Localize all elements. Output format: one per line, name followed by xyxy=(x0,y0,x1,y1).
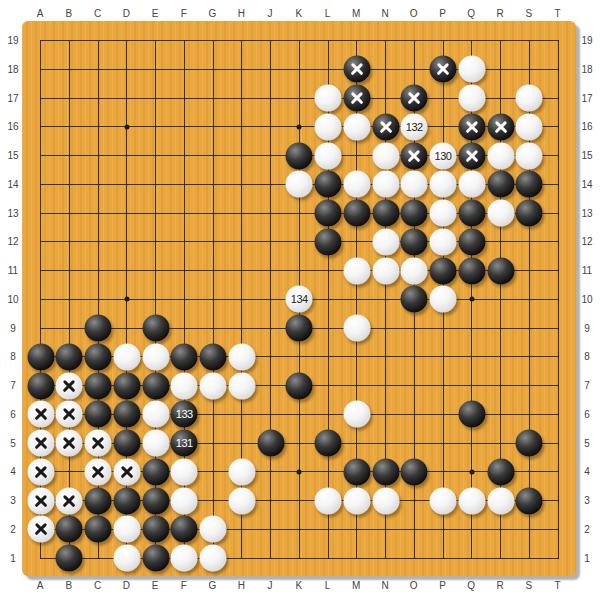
white-stone-S17[interactable] xyxy=(516,85,543,112)
grid-line-vertical xyxy=(558,40,559,559)
column-label-bottom: M xyxy=(352,581,360,591)
column-label-top: M xyxy=(352,9,360,19)
white-stone-S16[interactable] xyxy=(516,113,543,140)
move-number-label: 132 xyxy=(406,121,423,132)
white-stone-N15[interactable] xyxy=(372,142,399,169)
column-label-top: P xyxy=(439,9,446,19)
black-stone-E9[interactable] xyxy=(142,315,169,342)
white-stone-N11[interactable] xyxy=(372,257,399,284)
white-stone-D1[interactable] xyxy=(113,545,140,572)
black-stone-R11[interactable] xyxy=(487,257,514,284)
column-label-top: H xyxy=(238,9,245,19)
row-label-right: 18 xyxy=(581,65,592,75)
column-label-top: C xyxy=(94,9,101,19)
white-stone-B3[interactable] xyxy=(56,487,83,514)
white-stone-H8[interactable] xyxy=(228,343,255,370)
white-stone-O14[interactable] xyxy=(401,171,428,198)
row-label-left: 16 xyxy=(7,122,18,132)
black-stone-Q13[interactable] xyxy=(458,200,485,227)
white-stone-L17[interactable] xyxy=(315,85,342,112)
white-stone-C5[interactable] xyxy=(85,430,112,457)
column-label-top: D xyxy=(123,9,130,19)
row-label-left: 3 xyxy=(10,496,16,506)
black-stone-E1[interactable] xyxy=(142,545,169,572)
column-label-top: E xyxy=(152,9,159,19)
black-stone-O4[interactable] xyxy=(401,458,428,485)
white-stone-D2[interactable] xyxy=(113,516,140,543)
white-stone-P14[interactable] xyxy=(430,171,457,198)
white-stone-Q14[interactable] xyxy=(458,171,485,198)
row-label-left: 10 xyxy=(7,295,18,305)
black-stone-O15[interactable] xyxy=(401,142,428,169)
dead-stone-x-mark xyxy=(33,436,48,451)
black-stone-G8[interactable] xyxy=(200,343,227,370)
black-stone-M17[interactable] xyxy=(343,85,370,112)
row-label-right: 4 xyxy=(584,467,590,477)
row-label-right: 15 xyxy=(581,151,592,161)
column-label-bottom: J xyxy=(268,581,273,591)
dead-stone-x-mark xyxy=(33,522,48,537)
column-label-top: F xyxy=(181,9,187,19)
white-stone-M14[interactable] xyxy=(343,171,370,198)
column-label-bottom: A xyxy=(37,581,44,591)
black-stone-K9[interactable] xyxy=(286,315,313,342)
black-stone-R4[interactable] xyxy=(487,458,514,485)
row-label-right: 8 xyxy=(584,352,590,362)
black-stone-C3[interactable] xyxy=(85,487,112,514)
black-stone-B8[interactable] xyxy=(56,343,83,370)
row-label-left: 18 xyxy=(7,65,18,75)
star-point xyxy=(297,469,302,474)
white-stone-M11[interactable] xyxy=(343,257,370,284)
white-stone-A2[interactable] xyxy=(27,516,54,543)
black-stone-D6[interactable] xyxy=(113,401,140,428)
row-label-right: 13 xyxy=(581,209,592,219)
white-stone-M16[interactable] xyxy=(343,113,370,140)
white-stone-M3[interactable] xyxy=(343,487,370,514)
white-stone-G1[interactable] xyxy=(200,545,227,572)
dead-stone-x-mark xyxy=(33,407,48,422)
black-stone-F5[interactable]: 131 xyxy=(171,430,198,457)
move-number-label: 130 xyxy=(435,150,452,161)
black-stone-K7[interactable] xyxy=(286,372,313,399)
column-label-bottom: S xyxy=(525,581,532,591)
dead-stone-x-mark xyxy=(62,378,77,393)
row-label-right: 2 xyxy=(584,525,590,535)
row-label-right: 6 xyxy=(584,410,590,420)
black-stone-O13[interactable] xyxy=(401,200,428,227)
white-stone-B5[interactable] xyxy=(56,430,83,457)
white-stone-E8[interactable] xyxy=(142,343,169,370)
dead-stone-x-mark xyxy=(91,464,106,479)
column-label-bottom: N xyxy=(381,581,388,591)
column-label-bottom: D xyxy=(123,581,130,591)
dead-stone-x-mark xyxy=(464,119,479,134)
black-stone-K15[interactable] xyxy=(286,142,313,169)
white-stone-G7[interactable] xyxy=(200,372,227,399)
column-label-bottom: H xyxy=(238,581,245,591)
row-label-right: 19 xyxy=(581,36,592,46)
dead-stone-x-mark xyxy=(62,407,77,422)
row-label-left: 1 xyxy=(10,554,16,564)
black-stone-E2[interactable] xyxy=(142,516,169,543)
star-point xyxy=(469,469,474,474)
row-label-right: 12 xyxy=(581,237,592,247)
black-stone-B1[interactable] xyxy=(56,545,83,572)
dead-stone-x-mark xyxy=(464,148,479,163)
white-stone-L16[interactable] xyxy=(315,113,342,140)
star-point xyxy=(297,124,302,129)
white-stone-P13[interactable] xyxy=(430,200,457,227)
column-label-top: K xyxy=(295,9,302,19)
white-stone-K14[interactable] xyxy=(286,171,313,198)
black-stone-P11[interactable] xyxy=(430,257,457,284)
black-stone-N4[interactable] xyxy=(372,458,399,485)
column-label-bottom: B xyxy=(65,581,72,591)
black-stone-P18[interactable] xyxy=(430,56,457,83)
dead-stone-x-mark xyxy=(62,493,77,508)
white-stone-Q18[interactable] xyxy=(458,56,485,83)
column-label-bottom: E xyxy=(152,581,159,591)
white-stone-D8[interactable] xyxy=(113,343,140,370)
black-stone-D7[interactable] xyxy=(113,372,140,399)
row-label-right: 10 xyxy=(581,295,592,305)
white-stone-G2[interactable] xyxy=(200,516,227,543)
white-stone-E5[interactable] xyxy=(142,430,169,457)
white-stone-R13[interactable] xyxy=(487,200,514,227)
black-stone-C2[interactable] xyxy=(85,516,112,543)
white-stone-H3[interactable] xyxy=(228,487,255,514)
white-stone-N3[interactable] xyxy=(372,487,399,514)
white-stone-H4[interactable] xyxy=(228,458,255,485)
dead-stone-x-mark xyxy=(91,436,106,451)
go-board[interactable]: 132130134133131 xyxy=(22,21,576,576)
black-stone-J5[interactable] xyxy=(257,430,284,457)
black-stone-Q15[interactable] xyxy=(458,142,485,169)
black-stone-C9[interactable] xyxy=(85,315,112,342)
black-stone-M18[interactable] xyxy=(343,56,370,83)
black-stone-N13[interactable] xyxy=(372,200,399,227)
black-stone-E3[interactable] xyxy=(142,487,169,514)
black-stone-L5[interactable] xyxy=(315,430,342,457)
column-label-bottom: R xyxy=(496,581,503,591)
black-stone-S14[interactable] xyxy=(516,171,543,198)
row-label-left: 19 xyxy=(7,36,18,46)
black-stone-L13[interactable] xyxy=(315,200,342,227)
white-stone-M6[interactable] xyxy=(343,401,370,428)
column-label-bottom: G xyxy=(209,581,217,591)
white-stone-P10[interactable] xyxy=(430,286,457,313)
move-number-label: 131 xyxy=(176,438,193,449)
black-stone-C8[interactable] xyxy=(85,343,112,370)
white-stone-F3[interactable] xyxy=(171,487,198,514)
column-label-bottom: L xyxy=(325,581,331,591)
column-label-bottom: O xyxy=(410,581,418,591)
column-label-top: S xyxy=(525,9,532,19)
dead-stone-x-mark xyxy=(407,148,422,163)
black-stone-Q11[interactable] xyxy=(458,257,485,284)
black-stone-E7[interactable] xyxy=(142,372,169,399)
move-number-label: 133 xyxy=(176,409,193,420)
black-stone-O10[interactable] xyxy=(401,286,428,313)
white-stone-M9[interactable] xyxy=(343,315,370,342)
row-label-right: 7 xyxy=(584,381,590,391)
black-stone-M13[interactable] xyxy=(343,200,370,227)
move-number-label: 134 xyxy=(291,294,308,305)
star-point xyxy=(469,297,474,302)
black-stone-O12[interactable] xyxy=(401,228,428,255)
white-stone-L3[interactable] xyxy=(315,487,342,514)
black-stone-Q6[interactable] xyxy=(458,401,485,428)
row-label-right: 17 xyxy=(581,94,592,104)
white-stone-E6[interactable] xyxy=(142,401,169,428)
column-label-top: Q xyxy=(467,9,475,19)
row-label-right: 14 xyxy=(581,180,592,190)
white-stone-O16[interactable]: 132 xyxy=(401,113,428,140)
dead-stone-x-mark xyxy=(407,91,422,106)
row-label-left: 14 xyxy=(7,180,18,190)
black-stone-S13[interactable] xyxy=(516,200,543,227)
column-label-top: O xyxy=(410,9,418,19)
black-stone-R16[interactable] xyxy=(487,113,514,140)
black-stone-N16[interactable] xyxy=(372,113,399,140)
row-label-right: 3 xyxy=(584,496,590,506)
black-stone-F2[interactable] xyxy=(171,516,198,543)
row-label-right: 16 xyxy=(581,122,592,132)
white-stone-C4[interactable] xyxy=(85,458,112,485)
black-stone-E4[interactable] xyxy=(142,458,169,485)
row-label-right: 9 xyxy=(584,324,590,334)
dead-stone-x-mark xyxy=(62,436,77,451)
black-stone-L14[interactable] xyxy=(315,171,342,198)
black-stone-D3[interactable] xyxy=(113,487,140,514)
black-stone-F6[interactable]: 133 xyxy=(171,401,198,428)
dead-stone-x-mark xyxy=(378,119,393,134)
white-stone-Q17[interactable] xyxy=(458,85,485,112)
column-label-bottom: F xyxy=(181,581,187,591)
black-stone-C6[interactable] xyxy=(85,401,112,428)
white-stone-R15[interactable] xyxy=(487,142,514,169)
column-label-top: A xyxy=(37,9,44,19)
row-label-right: 1 xyxy=(584,554,590,564)
column-label-top: J xyxy=(268,9,273,19)
column-label-bottom: Q xyxy=(467,581,475,591)
white-stone-P12[interactable] xyxy=(430,228,457,255)
column-label-top: G xyxy=(209,9,217,19)
dead-stone-x-mark xyxy=(436,62,451,77)
row-label-left: 2 xyxy=(10,525,16,535)
row-label-left: 15 xyxy=(7,151,18,161)
go-game-viewer: 132130134133131 AABBCCDDEEFFGGHHJJKKLLMM… xyxy=(0,0,600,600)
black-stone-Q12[interactable] xyxy=(458,228,485,255)
column-label-top: R xyxy=(496,9,503,19)
dead-stone-x-mark xyxy=(493,119,508,134)
white-stone-F4[interactable] xyxy=(171,458,198,485)
white-stone-K10[interactable]: 134 xyxy=(286,286,313,313)
white-stone-P15[interactable]: 130 xyxy=(430,142,457,169)
column-label-top: T xyxy=(554,9,560,19)
black-stone-M4[interactable] xyxy=(343,458,370,485)
dead-stone-x-mark xyxy=(349,62,364,77)
black-stone-L12[interactable] xyxy=(315,228,342,255)
white-stone-Q3[interactable] xyxy=(458,487,485,514)
black-stone-A8[interactable] xyxy=(27,343,54,370)
white-stone-S15[interactable] xyxy=(516,142,543,169)
row-label-left: 8 xyxy=(10,352,16,362)
column-label-top: B xyxy=(65,9,72,19)
row-label-left: 17 xyxy=(7,94,18,104)
row-label-left: 9 xyxy=(10,324,16,334)
white-stone-A6[interactable] xyxy=(27,401,54,428)
column-label-top: N xyxy=(381,9,388,19)
black-stone-C7[interactable] xyxy=(85,372,112,399)
white-stone-N12[interactable] xyxy=(372,228,399,255)
column-label-top: L xyxy=(325,9,331,19)
white-stone-P3[interactable] xyxy=(430,487,457,514)
white-stone-F1[interactable] xyxy=(171,545,198,572)
white-stone-R3[interactable] xyxy=(487,487,514,514)
black-stone-O17[interactable] xyxy=(401,85,428,112)
row-label-left: 7 xyxy=(10,381,16,391)
dead-stone-x-mark xyxy=(119,464,134,479)
dead-stone-x-mark xyxy=(33,493,48,508)
dead-stone-x-mark xyxy=(33,464,48,479)
column-label-bottom: P xyxy=(439,581,446,591)
white-stone-H7[interactable] xyxy=(228,372,255,399)
white-stone-O11[interactable] xyxy=(401,257,428,284)
row-label-left: 13 xyxy=(7,209,18,219)
column-label-bottom: K xyxy=(295,581,302,591)
black-stone-D5[interactable] xyxy=(113,430,140,457)
column-label-bottom: C xyxy=(94,581,101,591)
row-label-left: 12 xyxy=(7,237,18,247)
black-stone-Q16[interactable] xyxy=(458,113,485,140)
black-stone-F8[interactable] xyxy=(171,343,198,370)
column-label-bottom: T xyxy=(554,581,560,591)
black-stone-S5[interactable] xyxy=(516,430,543,457)
white-stone-N14[interactable] xyxy=(372,171,399,198)
black-stone-R14[interactable] xyxy=(487,171,514,198)
white-stone-L15[interactable] xyxy=(315,142,342,169)
row-label-left: 11 xyxy=(8,266,18,276)
black-stone-B2[interactable] xyxy=(56,516,83,543)
row-label-left: 5 xyxy=(10,439,16,449)
white-stone-B6[interactable] xyxy=(56,401,83,428)
star-point xyxy=(124,297,129,302)
star-point xyxy=(124,124,129,129)
black-stone-S3[interactable] xyxy=(516,487,543,514)
white-stone-A5[interactable] xyxy=(27,430,54,457)
row-label-left: 4 xyxy=(10,467,16,477)
row-label-right: 11 xyxy=(582,266,592,276)
white-stone-A4[interactable] xyxy=(27,458,54,485)
dead-stone-x-mark xyxy=(349,91,364,106)
white-stone-D4[interactable] xyxy=(113,458,140,485)
white-stone-F7[interactable] xyxy=(171,372,198,399)
black-stone-A7[interactable] xyxy=(27,372,54,399)
row-label-right: 5 xyxy=(584,439,590,449)
row-label-left: 6 xyxy=(10,410,16,420)
white-stone-B7[interactable] xyxy=(56,372,83,399)
white-stone-A3[interactable] xyxy=(27,487,54,514)
